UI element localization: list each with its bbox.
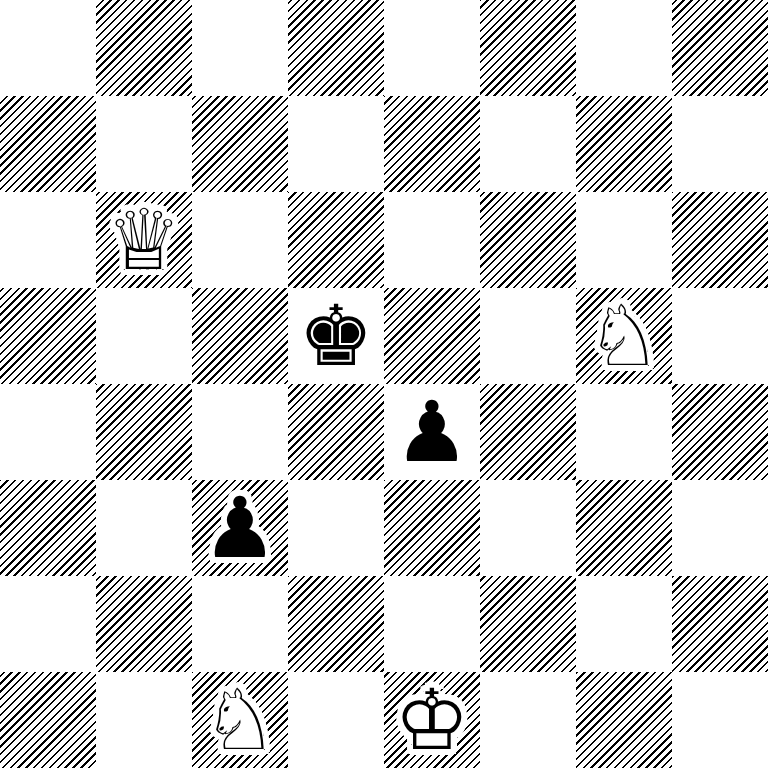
square-f7[interactable] [480, 96, 576, 192]
square-h5[interactable] [672, 288, 768, 384]
square-e2[interactable] [384, 576, 480, 672]
square-a7[interactable] [0, 96, 96, 192]
square-a1[interactable] [0, 672, 96, 768]
square-b4[interactable] [96, 384, 192, 480]
square-e5[interactable] [384, 288, 480, 384]
square-e7[interactable] [384, 96, 480, 192]
piece-white-knight: ♘ [192, 672, 288, 768]
square-d4[interactable] [288, 384, 384, 480]
square-d1[interactable] [288, 672, 384, 768]
square-d7[interactable] [288, 96, 384, 192]
square-g7[interactable] [576, 96, 672, 192]
square-h2[interactable] [672, 576, 768, 672]
square-c1[interactable]: ♞♘ [192, 672, 288, 768]
square-c8[interactable] [192, 0, 288, 96]
piece-halo: ♛ [96, 192, 192, 288]
square-a3[interactable] [0, 480, 96, 576]
square-d6[interactable] [288, 192, 384, 288]
square-a8[interactable] [0, 0, 96, 96]
square-d3[interactable] [288, 480, 384, 576]
square-a5[interactable] [0, 288, 96, 384]
square-f4[interactable] [480, 384, 576, 480]
square-a6[interactable] [0, 192, 96, 288]
square-c2[interactable] [192, 576, 288, 672]
piece-black-pawn: ♟ [384, 384, 480, 480]
chess-board: ♛♕♚♚♞♘♟♟♟♟♞♘♚♔ [0, 0, 768, 768]
piece-black-king: ♚ [288, 288, 384, 384]
square-g1[interactable] [576, 672, 672, 768]
square-e8[interactable] [384, 0, 480, 96]
square-h1[interactable] [672, 672, 768, 768]
square-g8[interactable] [576, 0, 672, 96]
piece-halo: ♚ [288, 288, 384, 384]
square-c4[interactable] [192, 384, 288, 480]
square-f2[interactable] [480, 576, 576, 672]
square-c7[interactable] [192, 96, 288, 192]
square-h4[interactable] [672, 384, 768, 480]
square-f3[interactable] [480, 480, 576, 576]
square-g5[interactable]: ♞♘ [576, 288, 672, 384]
piece-halo: ♟ [384, 384, 480, 480]
square-e3[interactable] [384, 480, 480, 576]
square-d5[interactable]: ♚♚ [288, 288, 384, 384]
square-e6[interactable] [384, 192, 480, 288]
square-d8[interactable] [288, 0, 384, 96]
square-c5[interactable] [192, 288, 288, 384]
square-g3[interactable] [576, 480, 672, 576]
square-a4[interactable] [0, 384, 96, 480]
square-h6[interactable] [672, 192, 768, 288]
square-g6[interactable] [576, 192, 672, 288]
square-b5[interactable] [96, 288, 192, 384]
square-h3[interactable] [672, 480, 768, 576]
piece-halo: ♞ [576, 288, 672, 384]
square-f1[interactable] [480, 672, 576, 768]
square-b8[interactable] [96, 0, 192, 96]
piece-halo: ♞ [192, 672, 288, 768]
square-f8[interactable] [480, 0, 576, 96]
square-c6[interactable] [192, 192, 288, 288]
piece-black-pawn: ♟ [192, 480, 288, 576]
square-f5[interactable] [480, 288, 576, 384]
square-e4[interactable]: ♟♟ [384, 384, 480, 480]
square-a2[interactable] [0, 576, 96, 672]
square-b1[interactable] [96, 672, 192, 768]
piece-halo: ♟ [192, 480, 288, 576]
piece-halo: ♚ [384, 672, 480, 768]
square-e1[interactable]: ♚♔ [384, 672, 480, 768]
square-c3[interactable]: ♟♟ [192, 480, 288, 576]
piece-white-knight: ♘ [576, 288, 672, 384]
square-b3[interactable] [96, 480, 192, 576]
square-d2[interactable] [288, 576, 384, 672]
square-b6[interactable]: ♛♕ [96, 192, 192, 288]
square-g2[interactable] [576, 576, 672, 672]
square-h8[interactable] [672, 0, 768, 96]
square-f6[interactable] [480, 192, 576, 288]
piece-white-king: ♔ [384, 672, 480, 768]
square-b7[interactable] [96, 96, 192, 192]
square-h7[interactable] [672, 96, 768, 192]
piece-white-queen: ♕ [96, 192, 192, 288]
square-g4[interactable] [576, 384, 672, 480]
square-b2[interactable] [96, 576, 192, 672]
